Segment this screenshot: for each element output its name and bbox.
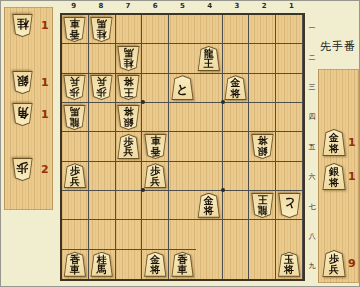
- board-square-8一[interactable]: 桂馬: [89, 15, 116, 44]
- rank-label: 七: [306, 192, 318, 222]
- board-square-3五[interactable]: [223, 132, 250, 161]
- file-label: 8: [87, 2, 114, 10]
- sente-promoted-pawn[interactable]: と: [171, 75, 194, 100]
- file-label: 3: [223, 2, 250, 10]
- board-square-4八[interactable]: [196, 220, 223, 249]
- file-label: 2: [251, 2, 278, 10]
- board-square-4三[interactable]: [196, 74, 223, 103]
- board-square-8六[interactable]: [89, 162, 116, 191]
- board-square-1五[interactable]: [276, 132, 303, 161]
- board-square-4七[interactable]: 金将: [196, 191, 223, 220]
- board-square-9一[interactable]: 香車: [62, 15, 89, 44]
- board-square-2八[interactable]: [249, 220, 276, 249]
- rank-label: 三: [306, 73, 318, 103]
- gote-promoted-rook[interactable]: 龍王: [251, 193, 274, 218]
- gote-hand-bishop-count: 1: [41, 108, 55, 121]
- board-square-2九[interactable]: [249, 250, 276, 279]
- board-square-2四[interactable]: [249, 103, 276, 132]
- turn-indicator: 先手番: [315, 39, 360, 54]
- star-point: [141, 100, 145, 104]
- sente-hand-pawn[interactable]: 歩兵: [322, 250, 346, 277]
- board-square-7二[interactable]: 桂馬: [116, 44, 143, 73]
- gote-king[interactable]: 王将: [117, 75, 140, 100]
- board-square-2二[interactable]: [249, 44, 276, 73]
- board-square-4五[interactable]: [196, 132, 223, 161]
- board-square-2七[interactable]: 龍王: [249, 191, 276, 220]
- board-square-3三[interactable]: 金将: [223, 74, 250, 103]
- gote-hand-bishop[interactable]: 角: [12, 103, 33, 126]
- board-square-3七[interactable]: [223, 191, 250, 220]
- sente-gold[interactable]: 金将: [197, 193, 220, 218]
- board-square-1六[interactable]: [276, 162, 303, 191]
- board-square-5九[interactable]: 香車: [169, 250, 196, 279]
- board-square-6七[interactable]: [142, 191, 169, 220]
- gote-pawn[interactable]: 歩兵: [90, 75, 113, 100]
- gote-hand-silver[interactable]: 銀: [12, 71, 33, 94]
- board-square-5四[interactable]: [169, 103, 196, 132]
- gote-promoted-pawn[interactable]: と: [278, 193, 301, 218]
- board-square-6八[interactable]: [142, 220, 169, 249]
- board-square-3八[interactable]: [223, 220, 250, 249]
- board-square-2五[interactable]: 銀将: [249, 132, 276, 161]
- file-label: 4: [196, 2, 223, 10]
- star-point: [221, 188, 225, 192]
- file-label: 7: [114, 2, 141, 10]
- board-square-6二[interactable]: [142, 44, 169, 73]
- board-square-3六[interactable]: [223, 162, 250, 191]
- gote-hand-pawn-count: 2: [41, 163, 55, 176]
- gote-pawn[interactable]: 歩兵: [63, 75, 86, 100]
- sente-gold[interactable]: 金将: [224, 75, 247, 100]
- board-square-4一[interactable]: [196, 15, 223, 44]
- board-square-7六[interactable]: [116, 162, 143, 191]
- sente-pawn[interactable]: 歩兵: [63, 163, 86, 188]
- board-square-9四[interactable]: 龍馬: [62, 103, 89, 132]
- board-square-4六[interactable]: [196, 162, 223, 191]
- board-square-5六[interactable]: [169, 162, 196, 191]
- board-square-8三[interactable]: 歩兵: [89, 74, 116, 103]
- board-square-7三[interactable]: 王将: [116, 74, 143, 103]
- board-square-7七[interactable]: [116, 191, 143, 220]
- board-square-6四[interactable]: [142, 103, 169, 132]
- board-square-7一[interactable]: [116, 15, 143, 44]
- rank-label: 四: [306, 102, 318, 132]
- board-square-1七[interactable]: と: [276, 191, 303, 220]
- gote-hand-pawn[interactable]: 歩: [12, 158, 33, 181]
- gote-lance[interactable]: 香車: [144, 134, 167, 159]
- sente-pawn[interactable]: 歩兵: [117, 134, 140, 159]
- file-label: 1: [278, 2, 305, 10]
- board-square-4九[interactable]: [196, 250, 223, 279]
- sente-gold[interactable]: 金将: [144, 252, 167, 277]
- gote-knight[interactable]: 桂馬: [90, 17, 113, 42]
- gote-silver[interactable]: 銀将: [251, 134, 274, 159]
- gote-lance[interactable]: 香車: [63, 17, 86, 42]
- sente-hand-gold[interactable]: 金将: [322, 129, 346, 156]
- board-square-3二[interactable]: [223, 44, 250, 73]
- board-square-8四[interactable]: [89, 103, 116, 132]
- gote-promoted-bishop[interactable]: 龍馬: [63, 105, 86, 130]
- sente-knight[interactable]: 桂馬: [90, 252, 113, 277]
- board-square-8二[interactable]: [89, 44, 116, 73]
- sente-hand-silver[interactable]: 銀将: [322, 163, 346, 190]
- star-point: [221, 100, 225, 104]
- board-square-7八[interactable]: [116, 220, 143, 249]
- board-square-7九[interactable]: [116, 250, 143, 279]
- gote-hand-knight-count: 1: [41, 19, 55, 32]
- board-square-8五[interactable]: [89, 132, 116, 161]
- board-square-2一[interactable]: [249, 15, 276, 44]
- board-square-6五[interactable]: 香車: [142, 132, 169, 161]
- gote-hand-knight[interactable]: 桂: [12, 14, 33, 37]
- sente-king[interactable]: 玉将: [278, 252, 301, 277]
- board-square-3一[interactable]: [223, 15, 250, 44]
- board-square-9六[interactable]: 歩兵: [62, 162, 89, 191]
- board-square-1二[interactable]: [276, 44, 303, 73]
- sente-lance[interactable]: 香車: [63, 252, 86, 277]
- rank-label: 六: [306, 162, 318, 192]
- gote-silver[interactable]: 銀将: [117, 105, 140, 130]
- board-square-8九[interactable]: 桂馬: [89, 250, 116, 279]
- board-square-2三[interactable]: [249, 74, 276, 103]
- board-square-1九[interactable]: 玉将: [276, 250, 303, 279]
- board-square-4四[interactable]: [196, 103, 223, 132]
- board-square-3九[interactable]: [223, 250, 250, 279]
- board-square-5七[interactable]: [169, 191, 196, 220]
- sente-captured-tray[interactable]: 金将1銀将1歩兵9: [318, 69, 359, 283]
- sente-pawn[interactable]: 歩兵: [144, 163, 167, 188]
- sente-hand-silver-count: 1: [348, 170, 360, 183]
- rank-label: 八: [306, 221, 318, 251]
- sente-hand-gold-count: 1: [348, 136, 360, 149]
- board-square-9五[interactable]: [62, 132, 89, 161]
- file-label: 5: [169, 2, 196, 10]
- board-square-9九[interactable]: 香車: [62, 250, 89, 279]
- board-square-5二[interactable]: [169, 44, 196, 73]
- file-label: 9: [60, 2, 87, 10]
- gote-hand-silver-count: 1: [41, 76, 55, 89]
- shogi-board: 香車桂馬桂馬龍王歩兵歩兵王将と金将龍馬銀将歩兵香車銀将歩兵歩兵金将龍王と香車桂馬…: [60, 13, 305, 281]
- sente-lance[interactable]: 香車: [171, 252, 194, 277]
- board-square-8八[interactable]: [89, 220, 116, 249]
- board-square-6三[interactable]: [142, 74, 169, 103]
- gote-captured-tray[interactable]: 桂1銀1角1歩2: [4, 7, 53, 210]
- board-square-2六[interactable]: [249, 162, 276, 191]
- board-square-9八[interactable]: [62, 220, 89, 249]
- board-square-6一[interactable]: [142, 15, 169, 44]
- board-square-5八[interactable]: [169, 220, 196, 249]
- rank-label: 五: [306, 132, 318, 162]
- file-label: 6: [142, 2, 169, 10]
- board-square-1三[interactable]: [276, 74, 303, 103]
- gote-knight[interactable]: 桂馬: [117, 46, 140, 71]
- file-labels: 987654321: [60, 2, 305, 10]
- star-point: [141, 188, 145, 192]
- sente-promoted-rook[interactable]: 龍王: [197, 46, 220, 71]
- board-square-3四[interactable]: [223, 103, 250, 132]
- board-square-1一[interactable]: [276, 15, 303, 44]
- board-square-4二[interactable]: 龍王: [196, 44, 223, 73]
- sente-hand-pawn-count: 9: [348, 257, 360, 270]
- board-square-7四[interactable]: 銀将: [116, 103, 143, 132]
- board-square-9二[interactable]: [62, 44, 89, 73]
- board-square-5五[interactable]: [169, 132, 196, 161]
- board-square-1八[interactable]: [276, 220, 303, 249]
- board-square-5一[interactable]: [169, 15, 196, 44]
- board-square-9七[interactable]: [62, 191, 89, 220]
- board-square-7五[interactable]: 歩兵: [116, 132, 143, 161]
- board-square-5三[interactable]: と: [169, 74, 196, 103]
- board-square-9三[interactable]: 歩兵: [62, 74, 89, 103]
- board-square-1四[interactable]: [276, 103, 303, 132]
- board-square-8七[interactable]: [89, 191, 116, 220]
- board-square-6六[interactable]: 歩兵: [142, 162, 169, 191]
- rank-label: 九: [306, 251, 318, 281]
- board-square-6九[interactable]: 金将: [142, 250, 169, 279]
